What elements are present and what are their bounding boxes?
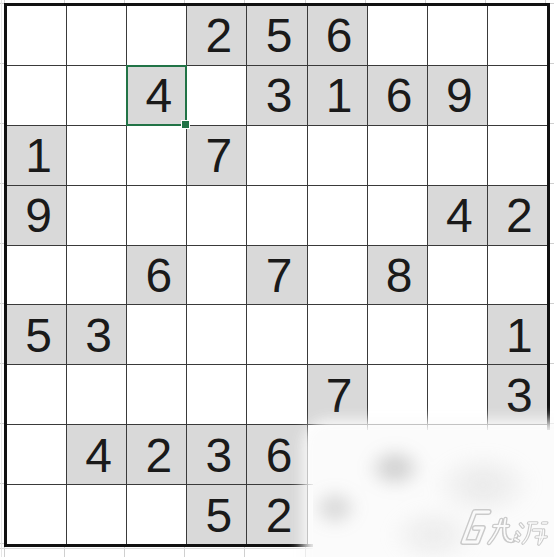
cell-r7c6[interactable]: 7 [308, 365, 367, 424]
cell-r6c9[interactable]: 1 [488, 305, 547, 364]
cell-r5c3[interactable]: 6 [127, 246, 186, 305]
cell-r9c5[interactable]: 2 [247, 485, 306, 544]
cell-r5c6[interactable] [308, 246, 367, 305]
cell-r2c8[interactable]: 9 [428, 66, 487, 125]
cell-r3c7[interactable] [368, 126, 427, 185]
cell-r5c2[interactable] [67, 246, 126, 305]
cell-r9c4[interactable]: 5 [187, 485, 246, 544]
jiuyou-logo-icon [463, 512, 488, 542]
cell-r4c9[interactable]: 2 [488, 186, 547, 245]
cell-r2c4[interactable] [187, 66, 246, 125]
cell-r5c8[interactable] [428, 246, 487, 305]
cell-r1c8[interactable] [428, 6, 487, 65]
cell-r6c5[interactable] [247, 305, 306, 364]
cell-r5c7[interactable]: 8 [368, 246, 427, 305]
cell-r1c7[interactable] [368, 6, 427, 65]
cell-r8c2[interactable]: 4 [67, 425, 126, 484]
cell-r1c2[interactable] [67, 6, 126, 65]
cell-r6c6[interactable] [308, 305, 367, 364]
cell-r2c1[interactable] [7, 66, 66, 125]
cell-r9c2[interactable] [67, 485, 126, 544]
cell-r4c6[interactable] [308, 186, 367, 245]
cell-r5c5[interactable]: 7 [247, 246, 306, 305]
cell-r3c1[interactable]: 1 [7, 126, 66, 185]
jiuyou-char-you [514, 523, 549, 544]
cell-r4c8[interactable]: 4 [428, 186, 487, 245]
cell-r9c1[interactable] [7, 485, 66, 544]
cell-r4c1[interactable]: 9 [7, 186, 66, 245]
cell-r5c1[interactable] [7, 246, 66, 305]
cell-r4c7[interactable] [368, 186, 427, 245]
cell-r6c4[interactable] [187, 305, 246, 364]
cell-r8c5[interactable]: 6 [247, 425, 306, 484]
cell-r8c4[interactable]: 3 [187, 425, 246, 484]
cell-r8c3[interactable]: 2 [127, 425, 186, 484]
sudoku-sheet: 256431691794267853173423652 [0, 0, 554, 557]
cell-r7c7[interactable] [368, 365, 427, 424]
cell-r5c4[interactable] [187, 246, 246, 305]
cell-r7c3[interactable] [127, 365, 186, 424]
cell-r9c3[interactable] [127, 485, 186, 544]
cell-r6c2[interactable]: 3 [67, 305, 126, 364]
cell-r7c2[interactable] [67, 365, 126, 424]
cell-r3c4[interactable]: 7 [187, 126, 246, 185]
cell-r1c6[interactable]: 6 [308, 6, 367, 65]
cell-r7c5[interactable] [247, 365, 306, 424]
cell-r7c4[interactable] [187, 365, 246, 424]
cell-r3c6[interactable] [308, 126, 367, 185]
cell-r6c7[interactable] [368, 305, 427, 364]
cell-r4c3[interactable] [127, 186, 186, 245]
cell-r2c9[interactable] [488, 66, 547, 125]
fill-handle[interactable] [181, 120, 190, 129]
cell-r1c5[interactable]: 5 [247, 6, 306, 65]
cell-r7c8[interactable] [428, 365, 487, 424]
cell-r2c3[interactable]: 4 [127, 66, 186, 125]
jiuyou-watermark [460, 504, 552, 552]
cell-r1c1[interactable] [7, 6, 66, 65]
cell-r1c3[interactable] [127, 6, 186, 65]
sheet-gridline-vertical [1, 0, 2, 557]
cell-r1c9[interactable] [488, 6, 547, 65]
cell-r4c2[interactable] [67, 186, 126, 245]
cell-r2c2[interactable] [67, 66, 126, 125]
cell-r2c6[interactable]: 1 [308, 66, 367, 125]
cell-r7c9[interactable]: 3 [488, 365, 547, 424]
cell-r3c3[interactable] [127, 126, 186, 185]
cell-r3c9[interactable] [488, 126, 547, 185]
cell-r8c1[interactable] [7, 425, 66, 484]
cell-r3c8[interactable] [428, 126, 487, 185]
cell-r1c4[interactable]: 2 [187, 6, 246, 65]
cell-r6c8[interactable] [428, 305, 487, 364]
cell-r3c5[interactable] [247, 126, 306, 185]
cell-r4c5[interactable] [247, 186, 306, 245]
cell-r7c1[interactable] [7, 365, 66, 424]
cell-r5c9[interactable] [488, 246, 547, 305]
cell-r2c5[interactable]: 3 [247, 66, 306, 125]
cell-r6c3[interactable] [127, 305, 186, 364]
cell-r6c1[interactable]: 5 [7, 305, 66, 364]
cell-r4c4[interactable] [187, 186, 246, 245]
cell-r3c2[interactable] [67, 126, 126, 185]
cell-r2c7[interactable]: 6 [368, 66, 427, 125]
